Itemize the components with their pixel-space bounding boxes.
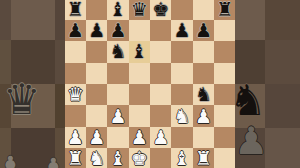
square-d1[interactable]: ♚ [129,148,150,168]
square-d3[interactable] [129,105,150,126]
backdrop-square [265,40,300,84]
backdrop-square [11,0,55,40]
square-e2[interactable]: ♟ [150,127,171,148]
square-b8[interactable] [86,0,107,20]
square-d6[interactable]: ♝ [129,41,150,62]
square-e7[interactable] [150,20,171,41]
square-b1[interactable]: ♞ [86,148,107,168]
backdrop-pawn-top-1: ♟ [0,152,25,168]
piece-white-knight[interactable]: ♞ [88,149,105,168]
piece-black-rook[interactable]: ♜ [67,0,84,19]
piece-black-knight[interactable]: ♞ [195,85,212,104]
square-c5[interactable] [107,63,128,84]
square-c7[interactable]: ♟ [107,20,128,41]
square-e4[interactable] [150,84,171,105]
backdrop-pawn-top-2: ♟ [39,154,65,168]
chess-board[interactable]: ♜♝♛♚♜♟♟♟♟♟♞♝♛♞♟♞♟♟♟♟♟♜♞♝♚♝♜ [65,0,236,168]
piece-black-queen[interactable]: ♛ [131,0,148,19]
square-b2[interactable]: ♟ [86,127,107,148]
square-b3[interactable] [86,105,107,126]
square-d8[interactable]: ♛ [129,0,150,20]
square-b6[interactable] [86,41,107,62]
piece-white-pawn[interactable]: ♟ [131,128,148,147]
piece-black-bishop[interactable]: ♝ [131,42,148,61]
backdrop-square [265,128,300,168]
square-c6[interactable]: ♞ [107,41,128,62]
square-f7[interactable]: ♟ [171,20,192,41]
piece-black-pawn[interactable]: ♟ [67,21,84,40]
piece-white-rook[interactable]: ♜ [195,149,212,168]
square-a1[interactable]: ♜ [65,148,86,168]
square-h7[interactable] [214,20,235,41]
backdrop-square [265,84,300,128]
square-b7[interactable]: ♟ [86,20,107,41]
piece-white-king[interactable]: ♚ [131,149,148,168]
backdrop-square [265,0,300,40]
square-d7[interactable] [129,20,150,41]
backdrop-square [55,84,65,128]
square-g7[interactable]: ♟ [193,20,214,41]
piece-black-pawn[interactable]: ♟ [110,21,127,40]
square-e5[interactable] [150,63,171,84]
square-c1[interactable]: ♝ [107,148,128,168]
square-a7[interactable]: ♟ [65,20,86,41]
square-h3[interactable] [214,105,235,126]
square-g6[interactable] [193,41,214,62]
piece-black-pawn[interactable]: ♟ [195,21,212,40]
piece-white-pawn[interactable]: ♟ [110,107,127,126]
square-a2[interactable]: ♟ [65,127,86,148]
square-g1[interactable]: ♜ [193,148,214,168]
square-d4[interactable] [129,84,150,105]
square-b5[interactable] [86,63,107,84]
backdrop-square [55,0,65,40]
backdrop-left: ♛♟♟ [0,0,65,168]
backdrop-black-knight: ♞ [235,80,267,122]
square-f3[interactable]: ♞ [171,105,192,126]
square-f5[interactable] [171,63,192,84]
square-h5[interactable] [214,63,235,84]
piece-white-queen[interactable]: ♛ [67,85,84,104]
backdrop-square [235,0,265,40]
piece-white-rook[interactable]: ♜ [67,149,84,168]
piece-black-bishop[interactable]: ♝ [110,0,127,19]
piece-white-pawn[interactable]: ♟ [88,128,105,147]
backdrop-right: ♞♟ [235,0,300,168]
square-e6[interactable] [150,41,171,62]
square-b4[interactable] [86,84,107,105]
piece-white-pawn[interactable]: ♟ [195,107,212,126]
square-e3[interactable] [150,105,171,126]
backdrop-white-pawn: ♟ [235,122,268,160]
square-h1[interactable] [214,148,235,168]
square-g8[interactable] [193,0,214,20]
square-e1[interactable] [150,148,171,168]
square-f6[interactable] [171,41,192,62]
square-g2[interactable] [193,127,214,148]
square-c2[interactable] [107,127,128,148]
video-frame: ♛♟♟ ♞♟ ♜♝♛♚♜♟♟♟♟♟♞♝♛♞♟♞♟♟♟♟♟♜♞♝♚♝♜ [0,0,300,168]
square-h4[interactable] [214,84,235,105]
piece-black-pawn[interactable]: ♟ [174,21,191,40]
square-h8[interactable]: ♜ [214,0,235,20]
backdrop-square [0,0,11,40]
piece-white-bishop[interactable]: ♝ [174,149,191,168]
square-f8[interactable] [171,0,192,20]
square-h2[interactable] [214,127,235,148]
backdrop-square [55,40,65,84]
square-f2[interactable] [171,127,192,148]
piece-black-king[interactable]: ♚ [152,0,169,19]
piece-white-knight[interactable]: ♞ [174,107,191,126]
square-d2[interactable]: ♟ [129,127,150,148]
piece-white-pawn[interactable]: ♟ [67,128,84,147]
square-a4[interactable]: ♛ [65,84,86,105]
square-c8[interactable]: ♝ [107,0,128,20]
square-e8[interactable]: ♚ [150,0,171,20]
piece-white-pawn[interactable]: ♟ [152,128,169,147]
square-f1[interactable]: ♝ [171,148,192,168]
square-g5[interactable] [193,63,214,84]
square-a6[interactable] [65,41,86,62]
square-c4[interactable] [107,84,128,105]
piece-white-bishop[interactable]: ♝ [110,149,127,168]
backdrop-white-queen: ♛ [3,79,41,121]
piece-black-rook[interactable]: ♜ [216,0,233,19]
square-a8[interactable]: ♜ [65,0,86,20]
square-c3[interactable]: ♟ [107,105,128,126]
square-g4[interactable]: ♞ [193,84,214,105]
piece-black-pawn[interactable]: ♟ [88,21,105,40]
square-h6[interactable] [214,41,235,62]
square-a5[interactable] [65,63,86,84]
square-a3[interactable] [65,105,86,126]
square-f4[interactable] [171,84,192,105]
piece-black-knight[interactable]: ♞ [110,42,127,61]
square-g3[interactable]: ♟ [193,105,214,126]
square-d5[interactable] [129,63,150,84]
